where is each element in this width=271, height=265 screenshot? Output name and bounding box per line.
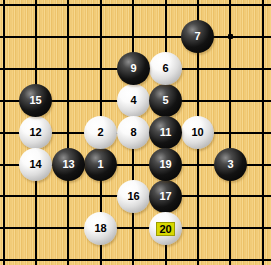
stone-black-15: 15 [19, 84, 52, 117]
go-board[interactable]: 1234567891011121314151617181920 [0, 0, 271, 265]
move-number: 12 [29, 126, 41, 139]
move-number: 7 [194, 30, 200, 43]
move-number: 16 [127, 190, 139, 203]
stone-black-1: 1 [84, 148, 117, 181]
grid-vline [262, 0, 264, 265]
move-number: 17 [159, 190, 171, 203]
grid-vline [229, 0, 231, 265]
stone-black-9: 9 [117, 52, 150, 85]
stone-black-19: 19 [149, 148, 182, 181]
move-number: 6 [162, 62, 168, 75]
move-number: 3 [227, 158, 233, 171]
move-number: 2 [97, 126, 103, 139]
stone-black-13: 13 [52, 148, 85, 181]
stone-black-3: 3 [214, 148, 247, 181]
move-number: 14 [29, 158, 41, 171]
stone-white-16: 16 [117, 180, 150, 213]
stone-white-14: 14 [19, 148, 52, 181]
move-number: 8 [130, 126, 136, 139]
stone-black-11: 11 [149, 116, 182, 149]
stone-white-2: 2 [84, 116, 117, 149]
move-number: 15 [29, 94, 41, 107]
stone-black-5: 5 [149, 84, 182, 117]
grid-vline [67, 0, 69, 265]
move-number-highlighted: 20 [156, 222, 174, 236]
move-number: 18 [94, 222, 106, 235]
stone-white-12: 12 [19, 116, 52, 149]
move-number: 1 [97, 158, 103, 171]
move-number: 5 [162, 94, 168, 107]
stone-white-6: 6 [149, 52, 182, 85]
grid-vline [3, 0, 5, 265]
stone-black-17: 17 [149, 180, 182, 213]
stone-white-8: 8 [117, 116, 150, 149]
move-number: 13 [62, 158, 74, 171]
stone-white-4: 4 [117, 84, 150, 117]
move-number: 10 [191, 126, 203, 139]
star-point [228, 34, 233, 39]
move-number: 11 [160, 126, 172, 139]
move-number: 19 [159, 158, 171, 171]
move-number: 9 [130, 62, 136, 75]
stone-white-18: 18 [84, 212, 117, 245]
stone-white-10: 10 [181, 116, 214, 149]
stone-white-20: 20 [149, 212, 182, 245]
stone-black-7: 7 [181, 20, 214, 53]
move-number: 4 [130, 94, 136, 107]
